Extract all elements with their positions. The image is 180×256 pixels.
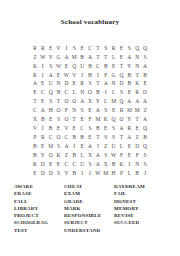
grid-cell-r3c13: Y (125, 62, 133, 71)
grid-cell-r8c2: A (39, 107, 47, 116)
grid-cell-r12c2: E (39, 142, 47, 151)
grid-cell-r7c11: M (110, 98, 118, 107)
grid-cell-r7c15: A (141, 98, 149, 107)
grid-cell-r13c1: B (31, 151, 39, 160)
word-item: DAYDREAM (114, 183, 164, 190)
grid-cell-r10c6: E (70, 124, 78, 133)
grid-cell-r3c14: N (133, 62, 141, 71)
grid-cell-r15c11: H (110, 169, 118, 178)
grid-cell-r6c11: L (110, 89, 118, 98)
grid-cell-r1c10: S (102, 44, 110, 53)
puzzle-title: School vocabluary (0, 18, 180, 26)
grid-cell-r3c4: W (55, 62, 63, 71)
word-item: ERASE (14, 190, 64, 197)
grid-cell-r3c7: U (78, 62, 86, 71)
grid-cell-r13c5: Z (62, 151, 70, 160)
grid-cell-r3c5: E (62, 62, 70, 71)
grid-cell-r9c14: T (133, 115, 141, 124)
grid-cell-r4c14: T (133, 71, 141, 80)
grid-cell-r12c12: L (118, 142, 126, 151)
grid-cell-r5c14: K (133, 80, 141, 89)
grid-cell-r9c9: M (94, 115, 102, 124)
grid-cell-r3c15: A (141, 62, 149, 71)
grid-cell-r3c3: S (47, 62, 55, 71)
grid-cell-r12c14: D (133, 142, 141, 151)
grid-cell-r8c7: S (78, 107, 86, 116)
grid-cell-r2c11: L (110, 53, 118, 62)
grid-cell-r14c10: X (102, 160, 110, 169)
grid-cell-r4c12: Q (118, 71, 126, 80)
grid-cell-r15c14: B (133, 169, 141, 178)
grid-cell-r5c6: E (70, 80, 78, 89)
grid-cell-r15c8: I (86, 169, 94, 178)
grid-cell-r11c6: B (70, 133, 78, 142)
grid-cell-r13c8: X (86, 151, 94, 160)
grid-cell-r5c3: U (47, 80, 55, 89)
grid-cell-r2c14: N (133, 53, 141, 62)
grid-cell-r10c8: S (86, 124, 94, 133)
grid-cell-r8c4: O (55, 107, 63, 116)
word-search-grid: RREVISECTSRESQQZWYGAMBATTLEANSKISWEQUBCB… (31, 44, 149, 178)
grid-cell-r11c11: S (110, 133, 118, 142)
grid-cell-r9c2: B (39, 115, 47, 124)
grid-cell-r9c13: Y (125, 115, 133, 124)
grid-cell-r6c7: N (78, 89, 86, 98)
grid-cell-r5c11: N (110, 80, 118, 89)
grid-cell-r15c9: W (94, 169, 102, 178)
grid-cell-r8c1: C (31, 107, 39, 116)
word-item: PROJECT (14, 212, 64, 219)
word-item: MARK (64, 205, 114, 212)
grid-cell-r5c7: R (78, 80, 86, 89)
grid-cell-r11c2: R (39, 133, 47, 142)
grid-cell-r6c13: E (125, 89, 133, 98)
grid-cell-r11c14: Z (133, 133, 141, 142)
grid-cell-r7c12: Q (118, 98, 126, 107)
grid-cell-r11c4: O (55, 133, 63, 142)
grid-cell-r1c12: E (118, 44, 126, 53)
word-item: GRADE (64, 198, 114, 205)
grid-cell-r7c3: S (47, 98, 55, 107)
grid-cell-r1c2: R (39, 44, 47, 53)
grid-cell-r12c15: Q (141, 142, 149, 151)
grid-cell-r8c9: A (94, 107, 102, 116)
grid-cell-r12c7: E (78, 142, 86, 151)
grid-cell-r7c1: T (31, 98, 39, 107)
grid-cell-r4c13: B (125, 71, 133, 80)
grid-cell-r2c4: G (55, 53, 63, 62)
grid-cell-r12c13: E (125, 142, 133, 151)
grid-cell-r1c15: Q (141, 44, 149, 53)
grid-cell-r5c4: N (55, 80, 63, 89)
grid-cell-r2c8: A (86, 53, 94, 62)
word-list-column-3: DAYDREAMFAILHONESTMEMORYREVISESUCCEED (114, 183, 164, 234)
grid-cell-r14c3: E (47, 160, 55, 169)
grid-cell-r12c8: A (86, 142, 94, 151)
grid-cell-r14c2: D (39, 160, 47, 169)
grid-cell-r12c4: S (55, 142, 63, 151)
grid-cell-r14c1: R (31, 160, 39, 169)
grid-cell-r4c3: A (47, 71, 55, 80)
grid-cell-r13c6: B (70, 151, 78, 160)
grid-cell-r2c12: E (118, 53, 126, 62)
grid-cell-r1c8: C (86, 44, 94, 53)
grid-cell-r2c2: W (39, 53, 47, 62)
word-item: AWAKE (14, 183, 64, 190)
grid-cell-r15c7: I (78, 169, 86, 178)
grid-cell-r3c9: C (94, 62, 102, 71)
grid-cell-r5c9: T (94, 80, 102, 89)
grid-cell-r8c3: H (47, 107, 55, 116)
grid-cell-r1c3: E (47, 44, 55, 53)
grid-cell-r4c8: H (86, 71, 94, 80)
grid-cell-r2c10: T (102, 53, 110, 62)
word-item: FAIL (114, 190, 164, 197)
grid-cell-r14c4: E (55, 160, 63, 169)
grid-cell-r6c1: E (31, 89, 39, 98)
grid-cell-r9c6: T (70, 115, 78, 124)
word-item: SUBJECT (64, 219, 114, 226)
grid-cell-r8c8: E (86, 107, 94, 116)
grid-cell-r5c2: E (39, 80, 47, 89)
grid-cell-r13c12: F (118, 151, 126, 160)
worksheet-page: School vocabluary RREVISECTSRESQQZWYGAMB… (0, 0, 180, 256)
grid-cell-r10c15: Q (141, 124, 149, 133)
grid-cell-r6c8: O (86, 89, 94, 98)
word-item: UNDERSTAND (64, 227, 114, 234)
grid-cell-r6c10: I (102, 89, 110, 98)
word-item: REVISE (114, 212, 164, 219)
grid-cell-r15c13: L (125, 169, 133, 178)
word-list: AWAKEERASEFALLLIBRARYPROJECTSCHOOLBAGTES… (14, 183, 174, 234)
grid-cell-r12c6: I (70, 142, 78, 151)
grid-cell-r4c7: I (78, 71, 86, 80)
grid-cell-r10c13: R (125, 124, 133, 133)
grid-cell-r2c3: Y (47, 53, 55, 62)
grid-cell-r13c3: O (47, 151, 55, 160)
grid-cell-r5c8: S (86, 80, 94, 89)
grid-cell-r9c15: A (141, 115, 149, 124)
grid-cell-r15c5: V (62, 169, 70, 178)
grid-cell-r12c5: A (62, 142, 70, 151)
grid-cell-r1c14: Q (133, 44, 141, 53)
grid-cell-r8c12: R (118, 107, 126, 116)
grid-cell-r3c8: B (86, 62, 94, 71)
word-item: EXAM (64, 190, 114, 197)
grid-cell-r11c7: B (78, 133, 86, 142)
grid-cell-r11c8: E (86, 133, 94, 142)
grid-cell-r6c15: O (141, 89, 149, 98)
grid-cell-r11c9: T (94, 133, 102, 142)
grid-cell-r10c2: I (39, 124, 47, 133)
grid-cell-r11c10: S (102, 133, 110, 142)
grid-cell-r8c13: M (125, 107, 133, 116)
grid-cell-r13c14: F (133, 151, 141, 160)
grid-cell-r15c12: P (118, 169, 126, 178)
grid-cell-r7c10: L (102, 98, 110, 107)
grid-cell-r4c9: I (94, 71, 102, 80)
grid-cell-r13c11: W (110, 151, 118, 160)
grid-cell-r11c15: B (141, 133, 149, 142)
grid-cell-r6c9: B (94, 89, 102, 98)
grid-cell-r11c3: C (47, 133, 55, 142)
grid-cell-r2c6: M (70, 53, 78, 62)
grid-cell-r10c14: E (133, 124, 141, 133)
grid-cell-r15c10: M (102, 169, 110, 178)
grid-cell-r4c5: W (62, 71, 70, 80)
grid-cell-r6c6: L (70, 89, 78, 98)
grid-cell-r5c1: A (31, 80, 39, 89)
grid-cell-r6c2: C (39, 89, 47, 98)
grid-cell-r14c14: N (133, 160, 141, 169)
word-list-column-2: CHEATEXAMGRADEMARKRESPONSIBLESUBJECTUNDE… (64, 183, 114, 234)
grid-cell-r2c13: A (125, 53, 133, 62)
grid-cell-r15c6: B (70, 169, 78, 178)
grid-cell-r10c9: B (94, 124, 102, 133)
grid-cell-r9c7: E (78, 115, 86, 124)
grid-cell-r11c12: T (118, 133, 126, 142)
grid-cell-r13c4: K (55, 151, 63, 160)
grid-cell-r10c4: E (55, 124, 63, 133)
grid-cell-r13c13: E (125, 151, 133, 160)
grid-cell-r5c5: D (62, 80, 70, 89)
grid-cell-r13c2: Y (39, 151, 47, 160)
grid-cell-r15c1: E (31, 169, 39, 178)
grid-cell-r9c4: S (55, 115, 63, 124)
grid-cell-r14c11: B (110, 160, 118, 169)
grid-cell-r14c12: K (118, 160, 126, 169)
word-item: SCHOOLBAG (14, 219, 64, 226)
grid-cell-r14c6: C (70, 160, 78, 169)
grid-cell-r7c8: X (86, 98, 94, 107)
grid-cell-r14c9: A (94, 160, 102, 169)
grid-cell-r1c5: I (62, 44, 70, 53)
grid-cell-r10c11: S (110, 124, 118, 133)
grid-cell-r11c5: C (62, 133, 70, 142)
grid-cell-r10c5: V (62, 124, 70, 133)
word-item: TEST (14, 227, 64, 234)
grid-cell-r8c6: N (70, 107, 78, 116)
grid-cell-r6c14: R (133, 89, 141, 98)
grid-cell-r5c15: E (141, 80, 149, 89)
grid-cell-r2c7: B (78, 53, 86, 62)
grid-cell-r8c15: Z (141, 107, 149, 116)
grid-cell-r1c4: V (55, 44, 63, 53)
grid-cell-r14c13: I (125, 160, 133, 169)
grid-cell-r12c10: Z (102, 142, 110, 151)
grid-cell-r5c12: D (118, 80, 126, 89)
grid-cell-r2c5: A (62, 53, 70, 62)
grid-cell-r1c1: R (31, 44, 39, 53)
grid-cell-r3c2: I (39, 62, 47, 71)
grid-cell-r6c12: S (118, 89, 126, 98)
grid-cell-r4c11: G (110, 71, 118, 80)
grid-cell-r3c12: T (118, 62, 126, 71)
grid-cell-r1c11: R (110, 44, 118, 53)
word-item: LIBRARY (14, 205, 64, 212)
grid-cell-r8c14: M (133, 107, 141, 116)
grid-cell-r14c5: C (62, 160, 70, 169)
grid-cell-r12c1: B (31, 142, 39, 151)
grid-cell-r14c7: U (78, 160, 86, 169)
grid-cell-r4c6: V (70, 71, 78, 80)
grid-cell-r7c4: T (55, 98, 63, 107)
grid-cell-r9c8: F (86, 115, 94, 124)
grid-cell-r5c13: B (125, 80, 133, 89)
grid-cell-r10c3: B (47, 124, 55, 133)
grid-cell-r6c4: B (55, 89, 63, 98)
grid-cell-r15c2: D (39, 169, 47, 178)
grid-cell-r9c1: X (31, 115, 39, 124)
grid-cell-r1c13: S (125, 44, 133, 53)
grid-cell-r10c7: C (78, 124, 86, 133)
grid-cell-r1c9: T (94, 44, 102, 53)
grid-cell-r11c13: A (125, 133, 133, 142)
grid-cell-r7c14: A (133, 98, 141, 107)
word-item: HONEST (114, 198, 164, 205)
grid-cell-r10c12: A (118, 124, 126, 133)
grid-cell-r2c15: S (141, 53, 149, 62)
grid-cell-r8c11: E (110, 107, 118, 116)
grid-cell-r5c10: A (102, 80, 110, 89)
grid-cell-r13c9: A (94, 151, 102, 160)
grid-cell-r7c7: A (78, 98, 86, 107)
word-item: CHEAT (64, 183, 114, 190)
grid-cell-r9c5: O (62, 115, 70, 124)
grid-cell-r9c11: Q (110, 115, 118, 124)
grid-cell-r7c5: O (62, 98, 70, 107)
grid-cell-r7c13: A (125, 98, 133, 107)
grid-cell-r3c10: B (102, 62, 110, 71)
grid-cell-r4c1: R (31, 71, 39, 80)
grid-cell-r10c10: E (102, 124, 110, 133)
grid-cell-r8c5: P (62, 107, 70, 116)
grid-cell-r7c9: Y (94, 98, 102, 107)
grid-cell-r12c11: U (110, 142, 118, 151)
grid-cell-r9c12: O (118, 115, 126, 124)
grid-cell-r13c15: S (141, 151, 149, 160)
grid-cell-r3c1: K (31, 62, 39, 71)
word-item: SUCCEED (114, 219, 164, 226)
grid-cell-r4c10: F (102, 71, 110, 80)
grid-cell-r11c1: P (31, 133, 39, 142)
grid-cell-r13c10: S (102, 151, 110, 160)
grid-cell-r4c15: B (141, 71, 149, 80)
grid-cell-r13c7: L (78, 151, 86, 160)
grid-cell-r7c2: E (39, 98, 47, 107)
grid-cell-r9c3: E (47, 115, 55, 124)
grid-cell-r8c10: S (102, 107, 110, 116)
grid-cell-r1c7: E (78, 44, 86, 53)
word-list-column-1: AWAKEERASEFALLLIBRARYPROJECTSCHOOLBAGTES… (14, 183, 64, 234)
grid-cell-r15c4: S (55, 169, 63, 178)
word-item: RESPONSIBLE (64, 212, 114, 219)
grid-cell-r3c11: E (110, 62, 118, 71)
grid-cell-r7c6: O (70, 98, 78, 107)
word-item: MEMORY (114, 205, 164, 212)
grid-cell-r12c3: M (47, 142, 55, 151)
grid-cell-r15c15: J (141, 169, 149, 178)
word-item: FALL (14, 198, 64, 205)
grid-cell-r14c8: S (86, 160, 94, 169)
grid-cell-r4c2: I (39, 71, 47, 80)
grid-cell-r15c3: D (47, 169, 55, 178)
grid-cell-r6c5: C (62, 89, 70, 98)
grid-cell-r10c1: V (31, 124, 39, 133)
grid-cell-r6c3: Q (47, 89, 55, 98)
grid-cell-r2c9: T (94, 53, 102, 62)
grid-cell-r9c10: K (102, 115, 110, 124)
grid-cell-r2c1: Z (31, 53, 39, 62)
grid-cell-r14c15: S (141, 160, 149, 169)
grid-cell-r3c6: Q (70, 62, 78, 71)
grid-cell-r12c9: J (94, 142, 102, 151)
grid-cell-r4c4: E (55, 71, 63, 80)
grid-cell-r1c6: S (70, 44, 78, 53)
